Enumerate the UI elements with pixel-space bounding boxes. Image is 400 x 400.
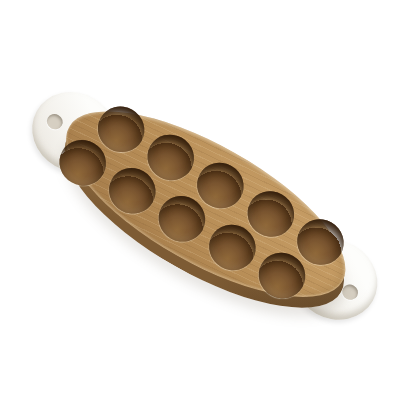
product-photo-scene — [0, 0, 400, 400]
mancala-board — [0, 38, 400, 374]
hanging-hole-left — [44, 111, 65, 132]
